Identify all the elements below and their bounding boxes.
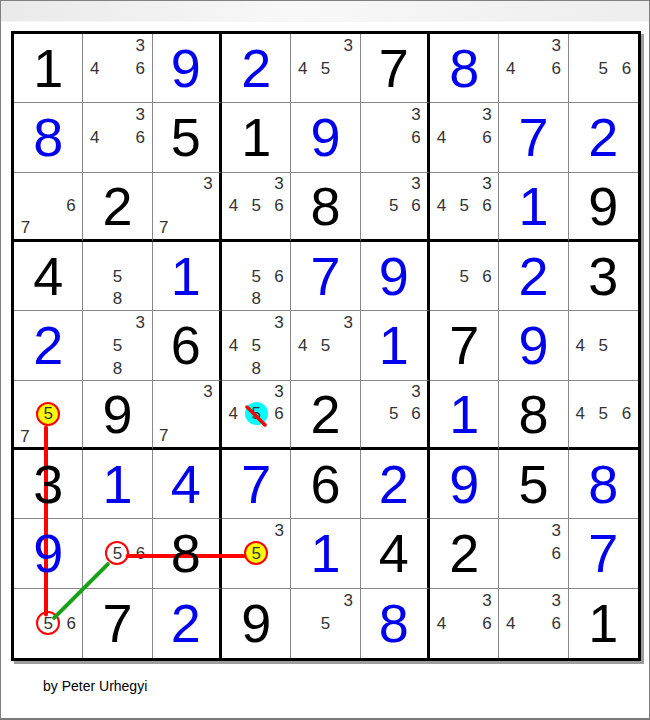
cell-r7c5[interactable]: 6 xyxy=(291,450,360,519)
given-digit: 5 xyxy=(518,457,548,511)
candidate-5: 5 xyxy=(251,197,260,214)
candidate-7: 7 xyxy=(159,427,168,444)
solved-digit: 2 xyxy=(33,318,63,372)
candidate-8: 8 xyxy=(113,360,122,377)
cell-r8c5[interactable]: 1 xyxy=(291,519,360,588)
cell-r6c3[interactable]: 37 xyxy=(153,381,222,450)
candidate-4: 4 xyxy=(229,197,238,214)
solved-digit: 9 xyxy=(33,526,63,580)
candidate-3: 3 xyxy=(411,383,420,400)
candidate-4: 4 xyxy=(506,615,515,632)
cell-r2c7[interactable]: 346 xyxy=(430,103,499,172)
solved-digit: 2 xyxy=(171,596,201,650)
candidates: 57 xyxy=(14,381,82,447)
candidates: 346 xyxy=(83,103,151,171)
candidate-4: 4 xyxy=(90,129,99,146)
given-digit: 8 xyxy=(171,526,201,580)
candidates: 345 xyxy=(291,34,359,102)
candidate-4: 4 xyxy=(229,405,238,422)
cell-r2c1[interactable]: 8 xyxy=(14,103,83,172)
cell-r2c5[interactable]: 9 xyxy=(291,103,360,172)
cell-r3c9[interactable]: 9 xyxy=(569,173,638,242)
cell-r4c9[interactable]: 3 xyxy=(569,242,638,311)
candidate-6: 6 xyxy=(411,129,420,146)
candidate-6: 6 xyxy=(482,197,491,214)
candidate-3: 3 xyxy=(275,522,284,539)
candidates: 568 xyxy=(222,242,290,310)
top-toolbar xyxy=(1,1,649,22)
cell-r8c7[interactable]: 2 xyxy=(430,519,499,588)
candidate-3: 3 xyxy=(203,383,212,400)
given-digit: 1 xyxy=(33,41,63,95)
candidate-4: 4 xyxy=(506,60,515,77)
given-digit: 8 xyxy=(518,387,548,441)
cell-r3c6[interactable]: 356 xyxy=(361,173,430,242)
candidate-6: 6 xyxy=(67,615,76,632)
candidates: 35 xyxy=(291,589,359,658)
candidate-5: 5 xyxy=(251,268,260,285)
cell-r4c6[interactable]: 9 xyxy=(361,242,430,311)
candidate-5: 5 xyxy=(251,337,260,354)
candidate-5: 5 xyxy=(321,337,330,354)
candidates: 36 xyxy=(361,103,427,171)
candidate-6: 6 xyxy=(274,197,283,214)
candidate-4: 4 xyxy=(575,405,584,422)
candidate-3: 3 xyxy=(482,106,491,123)
cell-r5c9[interactable]: 45 xyxy=(569,311,638,380)
cell-r4c3[interactable]: 1 xyxy=(153,242,222,311)
cell-r5c5[interactable]: 345 xyxy=(291,311,360,380)
candidates: 67 xyxy=(14,173,82,239)
candidate-4: 4 xyxy=(90,60,99,77)
candidate-7: 7 xyxy=(159,219,168,236)
cell-r1c5[interactable]: 345 xyxy=(291,34,360,103)
candidate-6: 6 xyxy=(552,60,561,77)
solved-digit: 9 xyxy=(379,249,409,303)
candidate-6: 6 xyxy=(482,615,491,632)
cell-r5c1[interactable]: 2 xyxy=(14,311,83,380)
candidates: 56 xyxy=(569,34,638,102)
cell-r5c4[interactable]: 3458 xyxy=(222,311,291,380)
solved-digit: 9 xyxy=(518,318,548,372)
candidate-3: 3 xyxy=(136,314,145,331)
cell-r9c9[interactable]: 1 xyxy=(569,589,638,658)
cell-r9c1[interactable]: 56 xyxy=(14,589,83,658)
candidate-3: 3 xyxy=(136,106,145,123)
cell-r6c4[interactable]: 3456 xyxy=(222,381,291,450)
candidate-4: 4 xyxy=(437,615,446,632)
candidate-5: 5 xyxy=(599,337,608,354)
cell-r9c8[interactable]: 346 xyxy=(499,589,568,658)
candidate-6: 6 xyxy=(274,268,283,285)
candidate-6: 6 xyxy=(552,615,561,632)
cell-r9c7[interactable]: 346 xyxy=(430,589,499,658)
solved-digit: 2 xyxy=(518,249,548,303)
candidates: 356 xyxy=(361,173,427,239)
cell-r3c5[interactable]: 8 xyxy=(291,173,360,242)
given-digit: 7 xyxy=(379,41,409,95)
candidate-5: 5 xyxy=(599,405,608,422)
candidate-3: 3 xyxy=(552,522,561,539)
solved-digit: 1 xyxy=(379,318,409,372)
cell-r2c6[interactable]: 36 xyxy=(361,103,430,172)
candidates: 346 xyxy=(499,34,567,102)
solved-digit: 2 xyxy=(588,110,618,164)
candidates: 3456 xyxy=(430,173,498,239)
candidate-4: 4 xyxy=(575,337,584,354)
candidate-5: 5 xyxy=(389,405,398,422)
cell-r7c2[interactable]: 1 xyxy=(83,450,152,519)
candidates: 346 xyxy=(499,589,567,658)
candidates: 37 xyxy=(153,381,219,447)
candidate-4: 4 xyxy=(229,337,238,354)
solved-digit: 7 xyxy=(518,110,548,164)
candidates: 346 xyxy=(430,589,498,658)
candidates: 346 xyxy=(430,103,498,171)
cell-r8c3[interactable]: 8 xyxy=(153,519,222,588)
candidate-8: 8 xyxy=(251,360,260,377)
given-digit: 1 xyxy=(241,110,271,164)
candidates: 56 xyxy=(14,589,82,658)
cell-r9c5[interactable]: 35 xyxy=(291,589,360,658)
cell-r6c7[interactable]: 1 xyxy=(430,381,499,450)
author-credit: by Peter Urhegyi xyxy=(43,678,147,694)
candidate-5: 5 xyxy=(113,337,122,354)
candidate-5: 5 xyxy=(599,60,608,77)
cell-r3c1[interactable]: 67 xyxy=(14,173,83,242)
cell-r8c4[interactable]: 35 xyxy=(222,519,291,588)
candidate-3: 3 xyxy=(411,175,420,192)
candidate-5: 5 xyxy=(459,268,468,285)
cell-r1c7[interactable]: 8 xyxy=(430,34,499,103)
candidates: 3458 xyxy=(222,311,290,379)
cell-r6c5[interactable]: 2 xyxy=(291,381,360,450)
candidate-6: 6 xyxy=(622,405,631,422)
given-digit: 6 xyxy=(171,318,201,372)
cell-r8c2[interactable]: 56 xyxy=(83,519,152,588)
cell-r9c6[interactable]: 8 xyxy=(361,589,430,658)
cell-r3c8[interactable]: 1 xyxy=(499,173,568,242)
cell-r8c6[interactable]: 4 xyxy=(361,519,430,588)
cell-r5c6[interactable]: 1 xyxy=(361,311,430,380)
solved-digit: 8 xyxy=(588,457,618,511)
cell-r3c7[interactable]: 3456 xyxy=(430,173,499,242)
cell-r3c3[interactable]: 37 xyxy=(153,173,222,242)
solved-digit: 1 xyxy=(102,457,132,511)
candidate-6: 6 xyxy=(136,60,145,77)
cell-r5c7[interactable]: 7 xyxy=(430,311,499,380)
cell-r2c8[interactable]: 7 xyxy=(499,103,568,172)
candidates: 456 xyxy=(569,381,638,447)
given-digit: 6 xyxy=(310,457,340,511)
candidate-3: 3 xyxy=(552,592,561,609)
candidate-3: 3 xyxy=(344,592,353,609)
candidates: 356 xyxy=(361,381,427,447)
cell-r5c3[interactable]: 6 xyxy=(153,311,222,380)
candidate-3: 3 xyxy=(552,37,561,54)
candidate-5: 5 xyxy=(244,541,268,565)
given-digit: 7 xyxy=(102,596,132,650)
cell-r1c4[interactable]: 2 xyxy=(222,34,291,103)
cell-r7c8[interactable]: 5 xyxy=(499,450,568,519)
candidate-3: 3 xyxy=(411,106,420,123)
cell-r4c5[interactable]: 7 xyxy=(291,242,360,311)
candidates: 3456 xyxy=(222,381,290,447)
cell-r4c4[interactable]: 568 xyxy=(222,242,291,311)
given-digit: 8 xyxy=(310,179,340,233)
solved-digit: 7 xyxy=(310,249,340,303)
candidate-5: 5 xyxy=(321,615,330,632)
cell-r8c8[interactable]: 36 xyxy=(499,519,568,588)
cell-r4c7[interactable]: 56 xyxy=(430,242,499,311)
candidate-4: 4 xyxy=(437,129,446,146)
cell-r2c9[interactable]: 2 xyxy=(569,103,638,172)
cell-r2c4[interactable]: 1 xyxy=(222,103,291,172)
candidate-6: 6 xyxy=(622,60,631,77)
solved-digit: 7 xyxy=(588,526,618,580)
candidate-3: 3 xyxy=(274,175,283,192)
cell-r4c2[interactable]: 58 xyxy=(83,242,152,311)
cell-r6c1[interactable]: 57 xyxy=(14,381,83,450)
candidate-6: 6 xyxy=(411,197,420,214)
candidate-6: 6 xyxy=(136,129,145,146)
candidate-5: 5 xyxy=(321,60,330,77)
cell-r7c1[interactable]: 3 xyxy=(14,450,83,519)
candidates: 56 xyxy=(83,519,151,587)
given-digit: 7 xyxy=(449,318,479,372)
solved-digit: 1 xyxy=(449,387,479,441)
cell-r2c2[interactable]: 346 xyxy=(83,103,152,172)
cell-r9c3[interactable]: 2 xyxy=(153,589,222,658)
candidates: 37 xyxy=(153,173,219,239)
candidate-3: 3 xyxy=(274,314,283,331)
solved-digit: 8 xyxy=(449,41,479,95)
cell-r5c2[interactable]: 358 xyxy=(83,311,152,380)
cell-r4c8[interactable]: 2 xyxy=(499,242,568,311)
solved-digit: 4 xyxy=(171,457,201,511)
cell-r8c1[interactable]: 9 xyxy=(14,519,83,588)
cell-r3c4[interactable]: 3456 xyxy=(222,173,291,242)
candidate-7: 7 xyxy=(21,219,30,236)
given-digit: 2 xyxy=(102,179,132,233)
cell-r3c2[interactable]: 2 xyxy=(83,173,152,242)
cell-r7c9[interactable]: 8 xyxy=(569,450,638,519)
cell-r4c1[interactable]: 4 xyxy=(14,242,83,311)
cell-r1c1[interactable]: 1 xyxy=(14,34,83,103)
candidate-6: 6 xyxy=(66,197,75,214)
candidate-3: 3 xyxy=(482,592,491,609)
candidates: 3456 xyxy=(222,173,290,239)
cell-r7c3[interactable]: 4 xyxy=(153,450,222,519)
candidate-3: 3 xyxy=(482,175,491,192)
candidate-3: 3 xyxy=(274,383,283,400)
cell-r7c6[interactable]: 2 xyxy=(361,450,430,519)
solved-digit: 9 xyxy=(310,110,340,164)
cell-r7c4[interactable]: 7 xyxy=(222,450,291,519)
solved-digit: 7 xyxy=(241,457,271,511)
candidate-3: 3 xyxy=(136,37,145,54)
given-digit: 3 xyxy=(588,249,618,303)
cell-r1c8[interactable]: 346 xyxy=(499,34,568,103)
candidates: 56 xyxy=(430,242,498,310)
candidate-5: 5 xyxy=(459,197,468,214)
cell-r9c4[interactable]: 9 xyxy=(222,589,291,658)
candidate-6: 6 xyxy=(411,405,420,422)
given-digit: 2 xyxy=(310,387,340,441)
cell-r5c8[interactable]: 9 xyxy=(499,311,568,380)
candidates: 35 xyxy=(222,519,290,587)
candidate-3: 3 xyxy=(344,314,353,331)
candidate-6: 6 xyxy=(482,268,491,285)
candidates: 45 xyxy=(569,311,638,379)
candidates: 358 xyxy=(83,311,151,379)
cell-r1c6[interactable]: 7 xyxy=(361,34,430,103)
cell-r7c7[interactable]: 9 xyxy=(430,450,499,519)
given-digit: 9 xyxy=(588,179,618,233)
solved-digit: 9 xyxy=(449,457,479,511)
solved-digit: 9 xyxy=(171,41,201,95)
candidate-6: 6 xyxy=(274,405,283,422)
cell-r2c3[interactable]: 5 xyxy=(153,103,222,172)
given-digit: 1 xyxy=(588,596,618,650)
given-digit: 4 xyxy=(379,526,409,580)
solved-digit: 1 xyxy=(171,249,201,303)
candidate-6: 6 xyxy=(552,545,561,562)
cell-r6c8[interactable]: 8 xyxy=(499,381,568,450)
cell-r8c9[interactable]: 7 xyxy=(569,519,638,588)
app-frame: 1346923457834656834651936346726723734568… xyxy=(0,0,650,720)
cell-r1c3[interactable]: 9 xyxy=(153,34,222,103)
candidate-3: 3 xyxy=(344,37,353,54)
candidate-8: 8 xyxy=(251,290,260,307)
candidate-6: 6 xyxy=(482,129,491,146)
given-digit: 2 xyxy=(449,526,479,580)
cell-r6c9[interactable]: 456 xyxy=(569,381,638,450)
solved-digit: 8 xyxy=(33,110,63,164)
cell-r1c2[interactable]: 346 xyxy=(83,34,152,103)
candidate-5: 5 xyxy=(105,541,129,565)
solved-digit: 1 xyxy=(310,526,340,580)
candidates: 58 xyxy=(83,242,151,310)
candidate-6: 6 xyxy=(136,545,145,562)
candidate-4: 4 xyxy=(298,60,307,77)
cell-r6c6[interactable]: 356 xyxy=(361,381,430,450)
solved-digit: 2 xyxy=(241,41,271,95)
candidate-5: 5 xyxy=(113,268,122,285)
candidate-5: 5 xyxy=(245,402,268,425)
candidate-5: 5 xyxy=(389,197,398,214)
sudoku-board: 1346923457834656834651936346726723734568… xyxy=(11,31,641,661)
candidate-3: 3 xyxy=(203,175,212,192)
candidate-7: 7 xyxy=(20,428,29,445)
candidate-5: 5 xyxy=(36,611,60,635)
cell-r9c2[interactable]: 7 xyxy=(83,589,152,658)
solved-digit: 8 xyxy=(379,596,409,650)
solved-digit: 2 xyxy=(379,457,409,511)
candidate-4: 4 xyxy=(298,337,307,354)
candidates: 345 xyxy=(291,311,359,379)
candidate-5: 5 xyxy=(36,402,60,426)
cell-r1c9[interactable]: 56 xyxy=(569,34,638,103)
given-digit: 9 xyxy=(241,596,271,650)
given-digit: 9 xyxy=(102,387,132,441)
cell-r6c2[interactable]: 9 xyxy=(83,381,152,450)
candidates: 346 xyxy=(83,34,151,102)
candidate-4: 4 xyxy=(437,197,446,214)
candidates: 36 xyxy=(499,519,567,587)
given-digit: 3 xyxy=(33,457,63,511)
solved-digit: 1 xyxy=(518,179,548,233)
given-digit: 5 xyxy=(171,110,201,164)
candidate-8: 8 xyxy=(113,290,122,307)
given-digit: 4 xyxy=(33,249,63,303)
